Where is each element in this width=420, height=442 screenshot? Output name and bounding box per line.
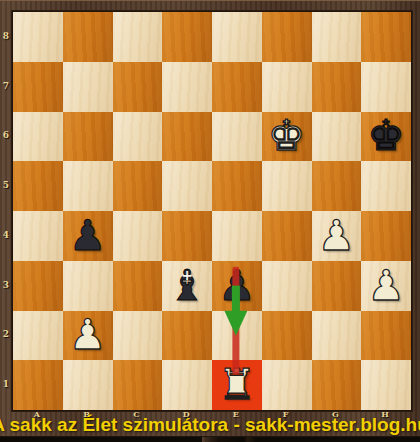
bishop-cross-mark: + xyxy=(162,268,212,282)
square-c5[interactable] xyxy=(113,161,163,211)
square-a6[interactable] xyxy=(13,112,63,162)
square-d1[interactable] xyxy=(162,360,212,410)
piece-black-bishop[interactable]: ♝+ xyxy=(162,261,212,311)
square-d3[interactable]: ♝+ xyxy=(162,261,212,311)
square-h1[interactable] xyxy=(361,360,411,410)
square-g7[interactable] xyxy=(312,62,362,112)
square-g8[interactable] xyxy=(312,12,362,62)
square-e6[interactable] xyxy=(212,112,262,162)
square-h4[interactable] xyxy=(361,211,411,261)
square-g5[interactable] xyxy=(312,161,362,211)
square-b4[interactable]: ♟ xyxy=(63,211,113,261)
square-e5[interactable] xyxy=(212,161,262,211)
square-b6[interactable] xyxy=(63,112,113,162)
square-f5[interactable] xyxy=(262,161,312,211)
square-d8[interactable] xyxy=(162,12,212,62)
square-c3[interactable] xyxy=(113,261,163,311)
square-b3[interactable] xyxy=(63,261,113,311)
piece-white-rook[interactable]: ♜ xyxy=(212,360,262,410)
chess-board: ♚♚♟♟♝+♟♟♟♜ xyxy=(12,11,412,411)
square-a3[interactable] xyxy=(13,261,63,311)
square-d2[interactable] xyxy=(162,311,212,361)
square-h8[interactable] xyxy=(361,12,411,62)
rank-label-6: 6 xyxy=(0,111,12,161)
square-f6[interactable]: ♚ xyxy=(262,112,312,162)
square-a1[interactable] xyxy=(13,360,63,410)
piece-black-king[interactable]: ♚ xyxy=(361,112,411,162)
square-d5[interactable] xyxy=(162,161,212,211)
square-e2[interactable] xyxy=(212,311,262,361)
square-a7[interactable] xyxy=(13,62,63,112)
piece-white-king[interactable]: ♚ xyxy=(262,112,312,162)
rank-label-3: 3 xyxy=(0,260,12,310)
piece-black-pawn-b4[interactable]: ♟ xyxy=(63,211,113,261)
square-f4[interactable] xyxy=(262,211,312,261)
square-h7[interactable] xyxy=(361,62,411,112)
square-c6[interactable] xyxy=(113,112,163,162)
square-h2[interactable] xyxy=(361,311,411,361)
square-c4[interactable] xyxy=(113,211,163,261)
square-a4[interactable] xyxy=(13,211,63,261)
square-f1[interactable] xyxy=(262,360,312,410)
square-h5[interactable] xyxy=(361,161,411,211)
piece-black-pawn-e3[interactable]: ♟ xyxy=(212,261,262,311)
caption-text: A sakk az Élet szimulátora - sakk-mester… xyxy=(0,414,420,436)
square-b2[interactable]: ♟ xyxy=(63,311,113,361)
square-c1[interactable] xyxy=(113,360,163,410)
square-d7[interactable] xyxy=(162,62,212,112)
rank-label-8: 8 xyxy=(0,11,12,61)
piece-white-pawn-g4[interactable]: ♟ xyxy=(312,211,362,261)
square-f8[interactable] xyxy=(262,12,312,62)
square-e3[interactable]: ♟ xyxy=(212,261,262,311)
rank-labels: 87654321 xyxy=(0,11,12,409)
square-f2[interactable] xyxy=(262,311,312,361)
bottom-edge xyxy=(0,436,420,442)
square-d4[interactable] xyxy=(162,211,212,261)
square-e1-highlighted[interactable]: ♜ xyxy=(212,360,262,410)
rank-label-4: 4 xyxy=(0,210,12,260)
rank-label-5: 5 xyxy=(0,160,12,210)
square-c2[interactable] xyxy=(113,311,163,361)
square-f7[interactable] xyxy=(262,62,312,112)
square-b5[interactable] xyxy=(63,161,113,211)
square-g4[interactable]: ♟ xyxy=(312,211,362,261)
rank-label-2: 2 xyxy=(0,310,12,360)
square-b8[interactable] xyxy=(63,12,113,62)
square-a5[interactable] xyxy=(13,161,63,211)
square-h6[interactable]: ♚ xyxy=(361,112,411,162)
rank-label-7: 7 xyxy=(0,61,12,111)
square-c8[interactable] xyxy=(113,12,163,62)
piece-white-pawn-b2[interactable]: ♟ xyxy=(63,311,113,361)
square-c7[interactable] xyxy=(113,62,163,112)
square-b1[interactable] xyxy=(63,360,113,410)
square-g3[interactable] xyxy=(312,261,362,311)
square-h3[interactable]: ♟ xyxy=(361,261,411,311)
chess-diagram: ♚♚♟♟♝+♟♟♟♜ 87654321 ABCDEFGH A sakk az É… xyxy=(0,0,420,442)
square-g6[interactable] xyxy=(312,112,362,162)
square-g1[interactable] xyxy=(312,360,362,410)
square-f3[interactable] xyxy=(262,261,312,311)
rank-label-1: 1 xyxy=(0,359,12,409)
square-d6[interactable] xyxy=(162,112,212,162)
square-e7[interactable] xyxy=(212,62,262,112)
square-a2[interactable] xyxy=(13,311,63,361)
square-b7[interactable] xyxy=(63,62,113,112)
square-a8[interactable] xyxy=(13,12,63,62)
piece-white-pawn-h3[interactable]: ♟ xyxy=(361,261,411,311)
square-e4[interactable] xyxy=(212,211,262,261)
square-e8[interactable] xyxy=(212,12,262,62)
square-g2[interactable] xyxy=(312,311,362,361)
